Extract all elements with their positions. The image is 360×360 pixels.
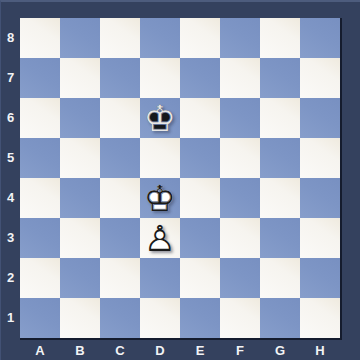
square-c5[interactable] bbox=[100, 138, 140, 178]
square-b3[interactable] bbox=[60, 218, 100, 258]
square-g2[interactable] bbox=[260, 258, 300, 298]
square-h2[interactable] bbox=[300, 258, 340, 298]
square-b1[interactable] bbox=[60, 298, 100, 338]
rank-label-1: 1 bbox=[1, 298, 20, 338]
file-label-e: E bbox=[180, 342, 220, 360]
square-d1[interactable] bbox=[140, 298, 180, 338]
square-c4[interactable] bbox=[100, 178, 140, 218]
file-label-d: D bbox=[140, 342, 180, 360]
square-e7[interactable] bbox=[180, 58, 220, 98]
square-a4[interactable] bbox=[20, 178, 60, 218]
square-f3[interactable] bbox=[220, 218, 260, 258]
square-e5[interactable] bbox=[180, 138, 220, 178]
square-g3[interactable] bbox=[260, 218, 300, 258]
file-label-c: C bbox=[100, 342, 140, 360]
square-c7[interactable] bbox=[100, 58, 140, 98]
square-b6[interactable] bbox=[60, 98, 100, 138]
square-b4[interactable] bbox=[60, 178, 100, 218]
rank-label-7: 7 bbox=[1, 58, 20, 98]
black-king-detail: ♔ bbox=[140, 98, 180, 138]
square-f1[interactable] bbox=[220, 298, 260, 338]
square-f5[interactable] bbox=[220, 138, 260, 178]
square-h7[interactable] bbox=[300, 58, 340, 98]
square-a2[interactable] bbox=[20, 258, 60, 298]
rank-labels: 87654321 bbox=[1, 18, 20, 338]
square-a3[interactable] bbox=[20, 218, 60, 258]
white-pawn: ♟ bbox=[140, 218, 180, 258]
chess-diagram-window: 87654321 ♚♔♚♔♟♙ ABCDEFGH bbox=[0, 0, 360, 360]
rank-label-8: 8 bbox=[1, 18, 20, 58]
file-label-b: B bbox=[60, 342, 100, 360]
chess-board[interactable]: ♚♔♚♔♟♙ bbox=[20, 18, 340, 338]
rank-label-6: 6 bbox=[1, 98, 20, 138]
file-label-f: F bbox=[220, 342, 260, 360]
square-e3[interactable] bbox=[180, 218, 220, 258]
square-g4[interactable] bbox=[260, 178, 300, 218]
square-e6[interactable] bbox=[180, 98, 220, 138]
square-d2[interactable] bbox=[140, 258, 180, 298]
board-frame: ♚♔♚♔♟♙ bbox=[20, 18, 342, 340]
square-h5[interactable] bbox=[300, 138, 340, 178]
file-label-g: G bbox=[260, 342, 300, 360]
file-label-h: H bbox=[300, 342, 340, 360]
square-d7[interactable] bbox=[140, 58, 180, 98]
square-g7[interactable] bbox=[260, 58, 300, 98]
square-d6[interactable]: ♚♔ bbox=[140, 98, 180, 138]
square-b7[interactable] bbox=[60, 58, 100, 98]
square-d3[interactable]: ♟♙ bbox=[140, 218, 180, 258]
square-a1[interactable] bbox=[20, 298, 60, 338]
square-c6[interactable] bbox=[100, 98, 140, 138]
rank-label-4: 4 bbox=[1, 178, 20, 218]
square-f7[interactable] bbox=[220, 58, 260, 98]
square-f8[interactable] bbox=[220, 18, 260, 58]
black-king: ♚ bbox=[140, 98, 180, 138]
square-g6[interactable] bbox=[260, 98, 300, 138]
square-g8[interactable] bbox=[260, 18, 300, 58]
square-h8[interactable] bbox=[300, 18, 340, 58]
square-a7[interactable] bbox=[20, 58, 60, 98]
file-label-a: A bbox=[20, 342, 60, 360]
rank-label-2: 2 bbox=[1, 258, 20, 298]
square-e4[interactable] bbox=[180, 178, 220, 218]
square-e1[interactable] bbox=[180, 298, 220, 338]
square-f4[interactable] bbox=[220, 178, 260, 218]
square-h6[interactable] bbox=[300, 98, 340, 138]
square-a6[interactable] bbox=[20, 98, 60, 138]
square-f6[interactable] bbox=[220, 98, 260, 138]
square-h1[interactable] bbox=[300, 298, 340, 338]
square-c3[interactable] bbox=[100, 218, 140, 258]
square-c2[interactable] bbox=[100, 258, 140, 298]
square-c1[interactable] bbox=[100, 298, 140, 338]
white-pawn-detail: ♙ bbox=[140, 218, 180, 258]
rank-label-3: 3 bbox=[1, 218, 20, 258]
square-f2[interactable] bbox=[220, 258, 260, 298]
square-b5[interactable] bbox=[60, 138, 100, 178]
square-a5[interactable] bbox=[20, 138, 60, 178]
square-g5[interactable] bbox=[260, 138, 300, 178]
white-king-detail: ♔ bbox=[140, 178, 180, 218]
square-h4[interactable] bbox=[300, 178, 340, 218]
square-e8[interactable] bbox=[180, 18, 220, 58]
square-a8[interactable] bbox=[20, 18, 60, 58]
file-labels: ABCDEFGH bbox=[20, 342, 340, 360]
square-d5[interactable] bbox=[140, 138, 180, 178]
white-king: ♚ bbox=[140, 178, 180, 218]
square-b2[interactable] bbox=[60, 258, 100, 298]
rank-label-5: 5 bbox=[1, 138, 20, 178]
square-g1[interactable] bbox=[260, 298, 300, 338]
square-b8[interactable] bbox=[60, 18, 100, 58]
square-d4[interactable]: ♚♔ bbox=[140, 178, 180, 218]
square-h3[interactable] bbox=[300, 218, 340, 258]
square-c8[interactable] bbox=[100, 18, 140, 58]
square-d8[interactable] bbox=[140, 18, 180, 58]
square-e2[interactable] bbox=[180, 258, 220, 298]
